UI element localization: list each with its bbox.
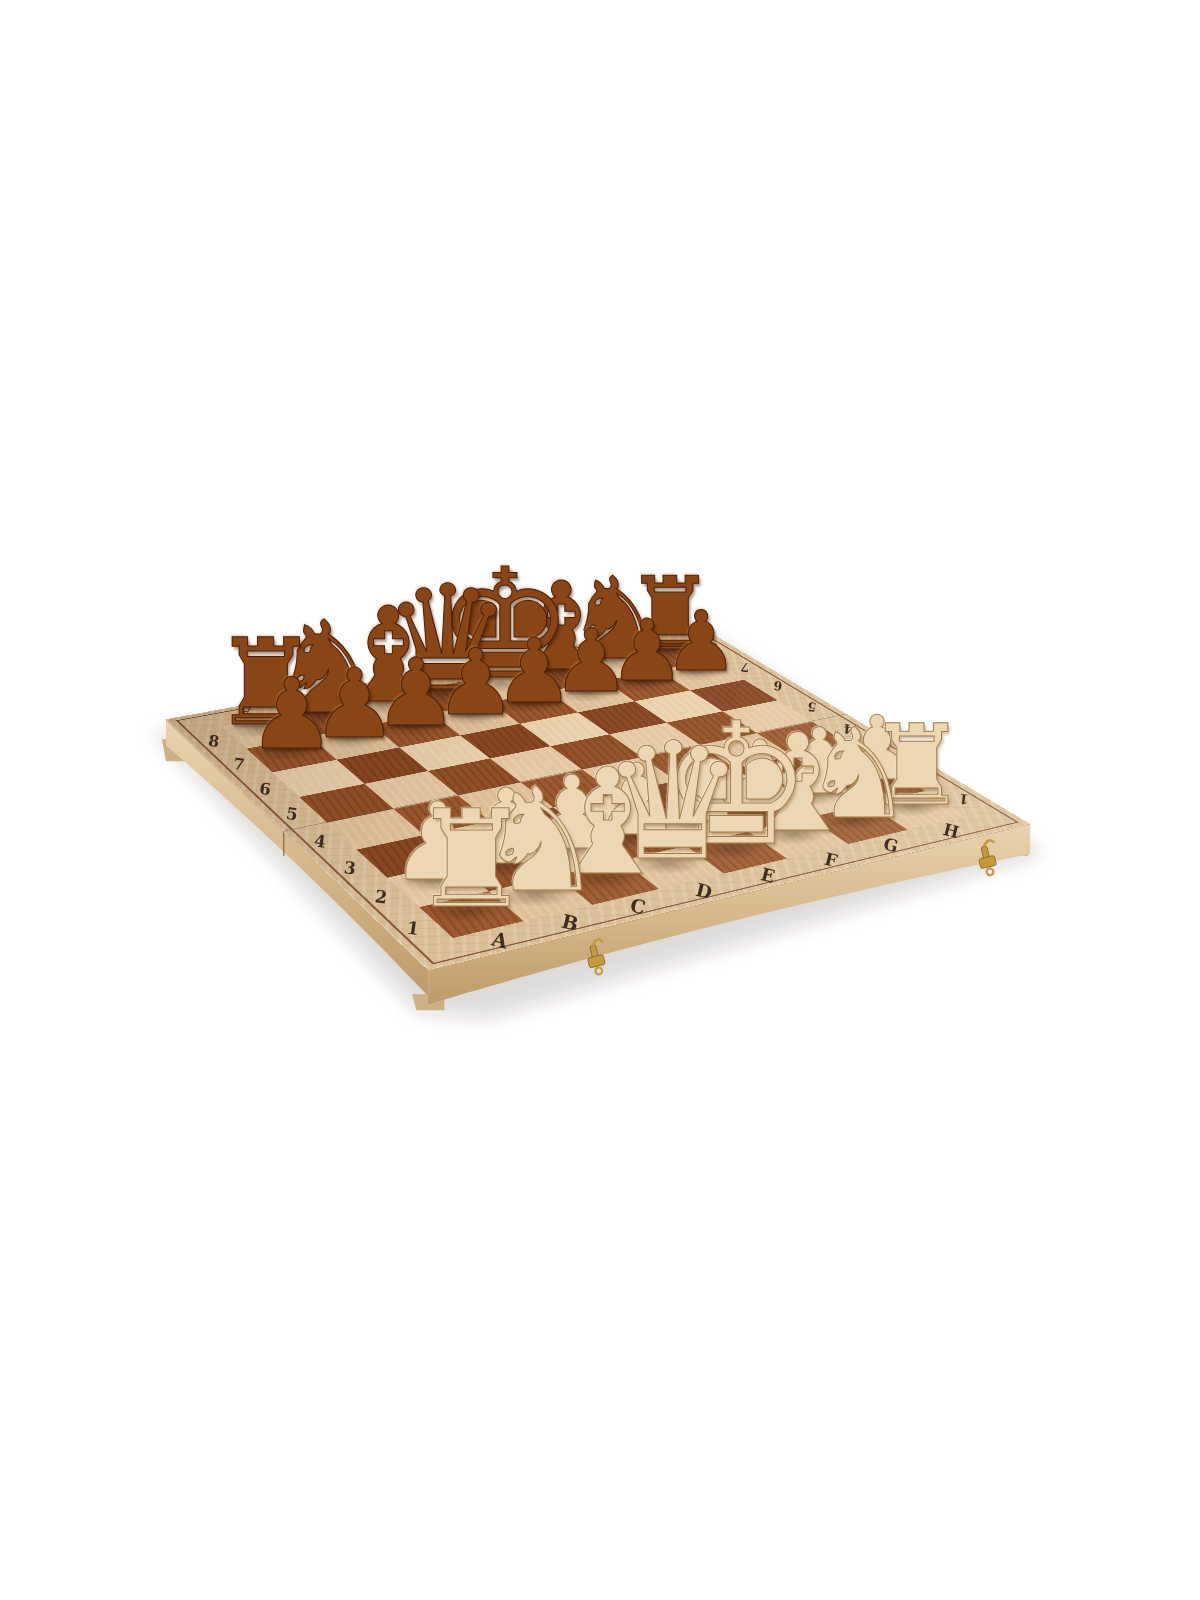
product-photo-stage: 11AA22BB33CC44DD55EE66FF77GG88HH ♜♞♝♛♚♝♞…	[0, 0, 1200, 1600]
rank-label-right-7: 7	[740, 659, 750, 674]
rank-label-left-5: 5	[285, 804, 299, 824]
piece-white-rook-a1: ♜	[411, 793, 532, 928]
rank-label-left-7: 7	[232, 754, 246, 774]
rank-label-left-2: 2	[373, 887, 388, 908]
rank-label-left-6: 6	[258, 779, 272, 799]
piece-black-pawn-a7: ♟	[247, 666, 335, 764]
rank-label-left-3: 3	[342, 858, 357, 879]
